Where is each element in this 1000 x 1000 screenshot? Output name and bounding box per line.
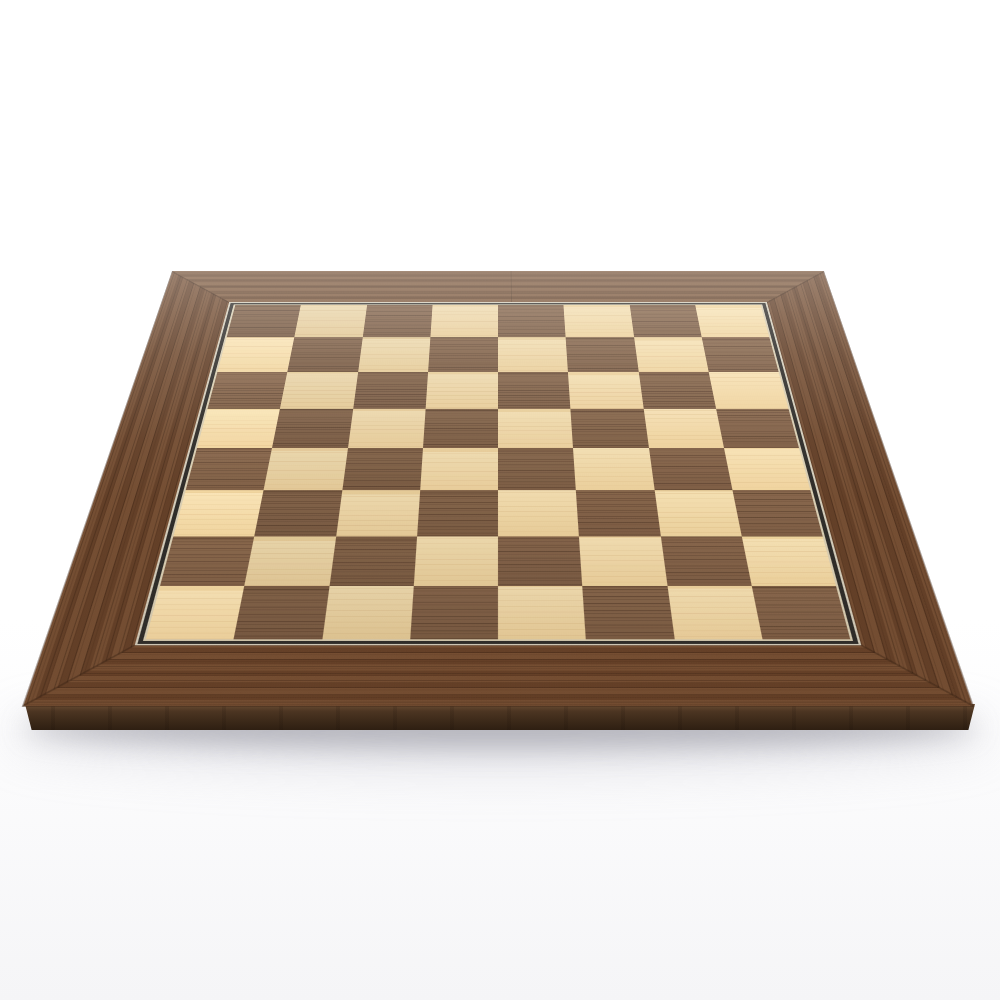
board-square bbox=[362, 305, 432, 337]
board-square bbox=[348, 409, 426, 448]
board-square bbox=[629, 305, 701, 337]
board-square bbox=[582, 586, 674, 640]
board-square bbox=[568, 372, 643, 409]
board-square bbox=[732, 490, 822, 536]
board-square bbox=[186, 448, 273, 490]
board-square bbox=[423, 409, 498, 448]
board-square bbox=[634, 337, 709, 371]
board-square bbox=[660, 536, 751, 585]
board-square bbox=[643, 409, 724, 448]
board-square bbox=[708, 372, 788, 409]
board-square bbox=[571, 409, 649, 448]
board-square bbox=[638, 372, 716, 409]
board-square bbox=[353, 372, 428, 409]
board-square bbox=[414, 536, 498, 585]
board-square bbox=[417, 490, 498, 536]
board-square bbox=[695, 305, 769, 337]
board-square bbox=[358, 337, 430, 371]
board-square bbox=[498, 536, 582, 585]
product-photo-stage bbox=[0, 0, 1000, 1000]
board-square bbox=[280, 372, 358, 409]
board-square bbox=[654, 490, 741, 536]
board-square bbox=[702, 337, 779, 371]
board-square bbox=[160, 536, 254, 585]
board-square bbox=[322, 586, 414, 640]
board-square bbox=[498, 490, 579, 536]
board-square bbox=[498, 372, 571, 409]
board-square bbox=[573, 448, 654, 490]
board-square bbox=[264, 448, 348, 490]
board-square bbox=[498, 409, 573, 448]
board-square bbox=[197, 409, 280, 448]
board-square bbox=[227, 305, 301, 337]
board-square bbox=[564, 305, 634, 337]
board-square bbox=[428, 337, 498, 371]
inlay-border-outer-light bbox=[135, 302, 862, 645]
board-square bbox=[425, 372, 498, 409]
board-square bbox=[724, 448, 811, 490]
board-square bbox=[751, 586, 850, 640]
board-square bbox=[498, 305, 566, 337]
board-square bbox=[173, 490, 263, 536]
board-square bbox=[579, 536, 667, 585]
board-square bbox=[667, 586, 762, 640]
board-square bbox=[498, 337, 568, 371]
board-square bbox=[410, 586, 498, 640]
inlay-border-dark bbox=[137, 303, 858, 644]
board-square bbox=[336, 490, 420, 536]
playing-field bbox=[135, 302, 862, 645]
board-square bbox=[420, 448, 498, 490]
board-square bbox=[566, 337, 638, 371]
chessboard-grid bbox=[146, 305, 851, 639]
chessboard-scene bbox=[112, 62, 884, 834]
board-square bbox=[208, 372, 288, 409]
board-square bbox=[255, 490, 342, 536]
board-square bbox=[272, 409, 353, 448]
board-square bbox=[217, 337, 294, 371]
board-square bbox=[329, 536, 417, 585]
board-square bbox=[741, 536, 835, 585]
board-square bbox=[649, 448, 733, 490]
board-square bbox=[498, 448, 576, 490]
board-square bbox=[288, 337, 363, 371]
board-square bbox=[234, 586, 329, 640]
board-square bbox=[430, 305, 498, 337]
board-square bbox=[342, 448, 423, 490]
board-square bbox=[294, 305, 366, 337]
board-square bbox=[146, 586, 245, 640]
board-square bbox=[498, 586, 586, 640]
inlay-border-inner-light bbox=[143, 304, 853, 640]
board-square bbox=[576, 490, 660, 536]
chessboard bbox=[23, 271, 972, 705]
board-square bbox=[245, 536, 336, 585]
board-square bbox=[716, 409, 799, 448]
